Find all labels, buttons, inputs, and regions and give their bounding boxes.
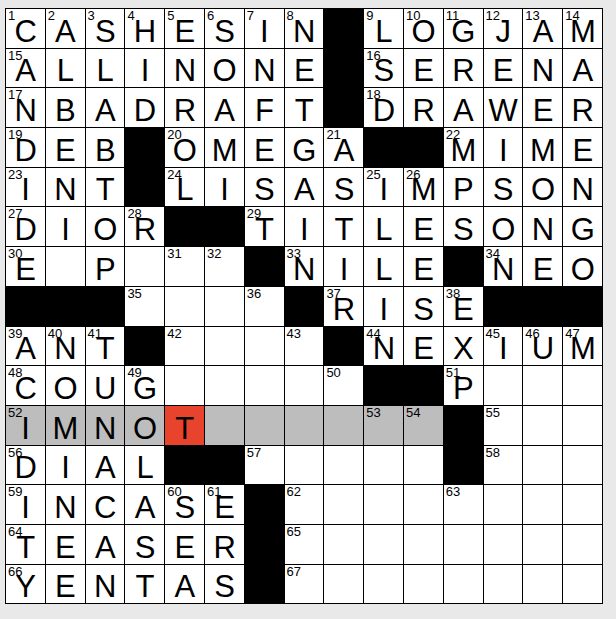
cell-r12c7[interactable]: 57: [245, 446, 284, 485]
cell-r6c4[interactable]: 28R: [125, 207, 164, 246]
cell-r5c11[interactable]: 26M: [404, 168, 443, 207]
cell-r7c10[interactable]: L: [364, 247, 403, 286]
cell-r13c1[interactable]: 59I: [6, 485, 45, 524]
cell-r8c5[interactable]: [165, 287, 204, 326]
cell-letter: I: [46, 214, 85, 245]
cell-r8c6[interactable]: [205, 287, 244, 326]
cell-r10c7[interactable]: [245, 366, 284, 405]
cell-letter: E: [205, 492, 244, 523]
cell-r1c6[interactable]: 6S: [205, 9, 244, 48]
cell-letter: I: [6, 174, 45, 205]
cell-r3c2[interactable]: B: [46, 88, 85, 127]
cell-r10c1[interactable]: 48C: [6, 366, 45, 405]
cell-letter: M: [563, 16, 602, 47]
cell-r15c1[interactable]: 66Y: [6, 565, 45, 604]
cell-r5c6[interactable]: I: [205, 168, 244, 207]
cell-r13c4[interactable]: A: [125, 485, 164, 524]
cell-r1c8[interactable]: 8N: [285, 9, 324, 48]
cell-r4c14[interactable]: M: [523, 128, 562, 167]
cell-r15c5[interactable]: A: [165, 565, 204, 604]
cell-letter: T: [125, 571, 164, 602]
cell-letter: P: [444, 174, 483, 205]
clue-number: 35: [127, 287, 141, 302]
cell-letter: A: [444, 95, 483, 126]
cell-r1c11[interactable]: 10O: [404, 9, 443, 48]
cell-letter: N: [86, 571, 125, 602]
cell-r15c15[interactable]: [563, 565, 602, 604]
cell-r5c10[interactable]: 25I: [364, 168, 403, 207]
cell-r13c12[interactable]: 63: [444, 485, 483, 524]
clue-number: 36: [247, 287, 261, 302]
cell-r10c5[interactable]: [165, 366, 204, 405]
cell-r11c7[interactable]: [245, 406, 284, 445]
cell-letter: M: [563, 333, 602, 364]
cell-letter: P: [444, 373, 483, 404]
cell-r6c14[interactable]: N: [523, 207, 562, 246]
cell-letter: A: [86, 95, 125, 126]
cell-r2c2[interactable]: L: [46, 49, 85, 88]
cell-r14c2[interactable]: E: [46, 525, 85, 564]
cell-r4c5[interactable]: 20O: [165, 128, 204, 167]
cell-r15c14[interactable]: [523, 565, 562, 604]
cell-r9c11[interactable]: E: [404, 327, 443, 366]
black-cell-r8c14: [523, 287, 562, 326]
cell-r6c7[interactable]: 29T: [245, 207, 284, 246]
cell-letter: X: [444, 333, 483, 364]
black-cell-r12c5: [165, 446, 204, 485]
cell-r15c10[interactable]: [364, 565, 403, 604]
cell-r4c7[interactable]: E: [245, 128, 284, 167]
cell-r3c8[interactable]: T: [285, 88, 324, 127]
cell-r1c14[interactable]: 13A: [523, 9, 562, 48]
cell-letter: S: [125, 532, 164, 563]
cell-letter: R: [165, 95, 204, 126]
cell-r5c12[interactable]: P: [444, 168, 483, 207]
cell-r8c4[interactable]: 35: [125, 287, 164, 326]
cell-r6c9[interactable]: T: [324, 207, 363, 246]
cell-letter: E: [523, 254, 562, 285]
cell-r13c8[interactable]: 62: [285, 485, 324, 524]
cell-letter: S: [444, 214, 483, 245]
cell-r7c15[interactable]: O: [563, 247, 602, 286]
cell-r3c1[interactable]: 17N: [6, 88, 45, 127]
cell-r14c4[interactable]: S: [125, 525, 164, 564]
cell-r14c1[interactable]: 64T: [6, 525, 45, 564]
cell-r7c2[interactable]: [46, 247, 85, 286]
cell-r1c5[interactable]: 5E: [165, 9, 204, 48]
black-cell-r12c6: [205, 446, 244, 485]
cell-r5c7[interactable]: S: [245, 168, 284, 207]
cell-r7c11[interactable]: E: [404, 247, 443, 286]
cell-r9c7[interactable]: [245, 327, 284, 366]
cell-r13c10[interactable]: [364, 485, 403, 524]
cell-r6c2[interactable]: I: [46, 207, 85, 246]
cell-r4c8[interactable]: G: [285, 128, 324, 167]
cell-r3c14[interactable]: E: [523, 88, 562, 127]
cell-r11c6[interactable]: [205, 406, 244, 445]
cell-r15c9[interactable]: [324, 565, 363, 604]
cell-r11c8[interactable]: [285, 406, 324, 445]
cell-r2c3[interactable]: L: [86, 49, 125, 88]
cell-r12c9[interactable]: [324, 446, 363, 485]
cell-r5c13[interactable]: S: [484, 168, 523, 207]
black-cell-r12c12: [444, 446, 483, 485]
cell-letter: D: [125, 95, 164, 126]
cell-r4c1[interactable]: 19D: [6, 128, 45, 167]
cell-r13c3[interactable]: C: [86, 485, 125, 524]
cell-r13c6[interactable]: 61E: [205, 485, 244, 524]
black-cell-r4c4: [125, 128, 164, 167]
cell-r7c5[interactable]: 31: [165, 247, 204, 286]
cell-r9c15[interactable]: 47M: [563, 327, 602, 366]
cell-letter: O: [563, 254, 602, 285]
cell-letter: R: [324, 294, 363, 325]
cell-r2c6[interactable]: O: [205, 49, 244, 88]
cell-r14c8[interactable]: 65: [285, 525, 324, 564]
cell-r6c8[interactable]: I: [285, 207, 324, 246]
cell-letter: I: [125, 55, 164, 86]
cell-r2c15[interactable]: A: [563, 49, 602, 88]
cell-r15c2[interactable]: E: [46, 565, 85, 604]
cell-letter: F: [245, 95, 284, 126]
cell-letter: O: [404, 16, 443, 47]
cell-r12c2[interactable]: I: [46, 446, 85, 485]
cell-r10c15[interactable]: [563, 366, 602, 405]
black-cell-r4c11: [404, 128, 443, 167]
cell-r4c12[interactable]: 22M: [444, 128, 483, 167]
cell-r2c5[interactable]: N: [165, 49, 204, 88]
black-cell-r7c7: [245, 247, 284, 286]
cell-r10c12[interactable]: 51P: [444, 366, 483, 405]
cell-r8c7[interactable]: 36: [245, 287, 284, 326]
black-cell-r6c5: [165, 207, 204, 246]
cell-r15c4[interactable]: T: [125, 565, 164, 604]
cell-r5c2[interactable]: N: [46, 168, 85, 207]
cell-r14c12[interactable]: [444, 525, 483, 564]
cell-r4c15[interactable]: E: [563, 128, 602, 167]
cell-r1c3[interactable]: 3S: [86, 9, 125, 48]
cell-r5c14[interactable]: O: [523, 168, 562, 207]
cell-r6c11[interactable]: E: [404, 207, 443, 246]
cell-r12c13[interactable]: 58: [484, 446, 523, 485]
cell-letter: E: [404, 55, 443, 86]
cell-r14c15[interactable]: [563, 525, 602, 564]
cell-r3c7[interactable]: F: [245, 88, 284, 127]
cell-letter: N: [46, 174, 85, 205]
cell-r1c7[interactable]: 7I: [245, 9, 284, 48]
cell-r3c15[interactable]: R: [563, 88, 602, 127]
cell-r15c13[interactable]: [484, 565, 523, 604]
cell-r14c13[interactable]: [484, 525, 523, 564]
cell-r10c6[interactable]: [205, 366, 244, 405]
cell-r7c14[interactable]: E: [523, 247, 562, 286]
cell-r9c8[interactable]: 43: [285, 327, 324, 366]
cell-letter: S: [205, 571, 244, 602]
cell-r6c13[interactable]: O: [484, 207, 523, 246]
cell-letter: Y: [6, 571, 45, 602]
cell-r15c6[interactable]: S: [205, 565, 244, 604]
cell-letter: N: [285, 16, 324, 47]
cell-r2c13[interactable]: E: [484, 49, 523, 88]
black-cell-r3c9: [324, 88, 363, 127]
cell-letter: L: [86, 55, 125, 86]
black-cell-r5c4: [125, 168, 164, 207]
cell-letter: A: [165, 571, 204, 602]
cell-r12c8[interactable]: [285, 446, 324, 485]
cell-r11c14[interactable]: [523, 406, 562, 445]
black-cell-r8c2: [46, 287, 85, 326]
cell-r13c5[interactable]: 60S: [165, 485, 204, 524]
cell-r9c5[interactable]: 42: [165, 327, 204, 366]
cell-r1c2[interactable]: 2A: [46, 9, 85, 48]
cell-r7c1[interactable]: 30E: [6, 247, 45, 286]
cell-letter: N: [523, 214, 562, 245]
cell-r4c2[interactable]: E: [46, 128, 85, 167]
cell-letter: R: [563, 95, 602, 126]
cell-r4c9[interactable]: 21A: [324, 128, 363, 167]
cell-r15c12[interactable]: [444, 565, 483, 604]
black-cell-r8c13: [484, 287, 523, 326]
cell-r3c4[interactable]: D: [125, 88, 164, 127]
cell-r12c14[interactable]: [523, 446, 562, 485]
cell-r8c12[interactable]: 38E: [444, 287, 483, 326]
cell-r10c2[interactable]: O: [46, 366, 85, 405]
black-cell-r8c1: [6, 287, 45, 326]
cell-r10c8[interactable]: [285, 366, 324, 405]
cell-r12c15[interactable]: [563, 446, 602, 485]
cell-r12c4[interactable]: L: [125, 446, 164, 485]
crossword-board: 1C2A3S4H5E6S7I8N9L10O11G12J13A14M15ALLIN…: [5, 8, 603, 604]
cell-r1c1[interactable]: 1C: [6, 9, 45, 48]
cell-r14c6[interactable]: R: [205, 525, 244, 564]
cell-r4c13[interactable]: I: [484, 128, 523, 167]
cell-letter: E: [404, 214, 443, 245]
cell-r7c3[interactable]: P: [86, 247, 125, 286]
cell-letter: S: [205, 16, 244, 47]
cell-r14c5[interactable]: E: [165, 525, 204, 564]
cell-r14c10[interactable]: [364, 525, 403, 564]
cell-r1c15[interactable]: 14M: [563, 9, 602, 48]
cell-r2c4[interactable]: I: [125, 49, 164, 88]
cell-r2c12[interactable]: R: [444, 49, 483, 88]
cell-letter: E: [444, 294, 483, 325]
cell-r2c1[interactable]: 15A: [6, 49, 45, 88]
cell-r5c8[interactable]: A: [285, 168, 324, 207]
clue-number: 55: [486, 406, 500, 421]
cell-r13c2[interactable]: N: [46, 485, 85, 524]
cell-letter: O: [46, 373, 85, 404]
cell-r6c12[interactable]: S: [444, 207, 483, 246]
cell-r12c11[interactable]: [404, 446, 443, 485]
clue-number: 62: [287, 485, 301, 500]
cell-r2c10[interactable]: 16S: [364, 49, 403, 88]
cursor-cell[interactable]: T: [165, 406, 204, 445]
cell-letter: A: [86, 452, 125, 483]
cell-r9c2[interactable]: 40N: [46, 327, 85, 366]
cell-r4c3[interactable]: B: [86, 128, 125, 167]
cell-letter: B: [46, 95, 85, 126]
cell-r3c5[interactable]: R: [165, 88, 204, 127]
cell-letter: G: [444, 16, 483, 47]
cell-letter: O: [523, 174, 562, 205]
clue-number: 42: [167, 327, 181, 342]
cell-letter: U: [523, 333, 562, 364]
cell-r13c14[interactable]: [523, 485, 562, 524]
cell-letter: R: [404, 95, 443, 126]
cell-letter: M: [46, 413, 85, 444]
cell-r11c1[interactable]: 52I: [6, 406, 45, 445]
black-cell-r15c7: [245, 565, 284, 604]
cell-r5c9[interactable]: S: [324, 168, 363, 207]
cell-r2c14[interactable]: N: [523, 49, 562, 88]
cell-letter: P: [86, 254, 125, 285]
cell-letter: N: [364, 333, 403, 364]
cell-letter: I: [6, 413, 45, 444]
cell-r5c15[interactable]: N: [563, 168, 602, 207]
cell-r6c10[interactable]: L: [364, 207, 403, 246]
cell-r15c8[interactable]: 67: [285, 565, 324, 604]
cell-r8c10[interactable]: I: [364, 287, 403, 326]
cell-r2c11[interactable]: E: [404, 49, 443, 88]
cell-letter: S: [484, 174, 523, 205]
cell-r9c10[interactable]: 44N: [364, 327, 403, 366]
cell-r1c12[interactable]: 11G: [444, 9, 483, 48]
cell-letter: W: [484, 95, 523, 126]
cell-letter: E: [563, 135, 602, 166]
clue-number: 58: [486, 446, 500, 461]
cell-letter: A: [6, 333, 45, 364]
cell-r9c1[interactable]: 39A: [6, 327, 45, 366]
cell-r11c15[interactable]: [563, 406, 602, 445]
cell-r2c7[interactable]: N: [245, 49, 284, 88]
crossword-app-screen: 1C2A3S4H5E6S7I8N9L10O11G12J13A14M15ALLIN…: [0, 0, 616, 619]
cell-r14c3[interactable]: A: [86, 525, 125, 564]
cell-r15c11[interactable]: [404, 565, 443, 604]
cell-letter: I: [364, 294, 403, 325]
cell-letter: T: [86, 333, 125, 364]
cell-r5c1[interactable]: 23I: [6, 168, 45, 207]
cell-letter: E: [484, 55, 523, 86]
cell-letter: D: [364, 95, 403, 126]
cell-r13c11[interactable]: [404, 485, 443, 524]
cell-r11c3[interactable]: N: [86, 406, 125, 445]
cell-r7c8[interactable]: 33N: [285, 247, 324, 286]
cell-r8c9[interactable]: 37R: [324, 287, 363, 326]
cell-r10c13[interactable]: [484, 366, 523, 405]
cell-r3c11[interactable]: R: [404, 88, 443, 127]
clue-number: 65: [287, 525, 301, 540]
cell-r7c9[interactable]: I: [324, 247, 363, 286]
cell-letter: O: [484, 214, 523, 245]
cell-letter: I: [205, 174, 244, 205]
cell-r10c4[interactable]: 49G: [125, 366, 164, 405]
cell-r9c13[interactable]: 45I: [484, 327, 523, 366]
cell-r13c13[interactable]: [484, 485, 523, 524]
cell-letter: N: [245, 55, 284, 86]
clue-number: 57: [247, 446, 261, 461]
cell-r9c3[interactable]: 41T: [86, 327, 125, 366]
cell-r1c13[interactable]: 12J: [484, 9, 523, 48]
black-cell-r13c7: [245, 485, 284, 524]
cell-letter: I: [324, 254, 363, 285]
cell-r8c11[interactable]: S: [404, 287, 443, 326]
cell-r12c10[interactable]: [364, 446, 403, 485]
clue-number: 53: [366, 406, 380, 421]
cell-r10c3[interactable]: U: [86, 366, 125, 405]
cell-letter: A: [6, 55, 45, 86]
cell-r3c10[interactable]: 18D: [364, 88, 403, 127]
cell-r3c3[interactable]: A: [86, 88, 125, 127]
black-cell-r8c15: [563, 287, 602, 326]
cell-r14c11[interactable]: [404, 525, 443, 564]
cell-letter: D: [6, 452, 45, 483]
cell-letter: N: [484, 254, 523, 285]
cell-r10c14[interactable]: [523, 366, 562, 405]
cell-r11c4[interactable]: O: [125, 406, 164, 445]
cell-r3c12[interactable]: A: [444, 88, 483, 127]
cell-letter: T: [6, 532, 45, 563]
cell-letter: A: [523, 16, 562, 47]
cell-r7c6[interactable]: 32: [205, 247, 244, 286]
cell-letter: C: [6, 373, 45, 404]
cell-letter: L: [364, 214, 403, 245]
cell-letter: I: [484, 333, 523, 364]
cell-letter: I: [484, 135, 523, 166]
cell-r7c13[interactable]: 34N: [484, 247, 523, 286]
cell-r14c9[interactable]: [324, 525, 363, 564]
cell-r11c9[interactable]: [324, 406, 363, 445]
black-cell-r1c9: [324, 9, 363, 48]
cell-letter: S: [245, 174, 284, 205]
cell-r1c10[interactable]: 9L: [364, 9, 403, 48]
cell-r14c14[interactable]: [523, 525, 562, 564]
cell-letter: L: [364, 254, 403, 285]
cell-letter: A: [324, 135, 363, 166]
cell-letter: L: [125, 452, 164, 483]
cell-r2c8[interactable]: E: [285, 49, 324, 88]
cell-r11c2[interactable]: M: [46, 406, 85, 445]
cell-r13c9[interactable]: [324, 485, 363, 524]
cell-r11c13[interactable]: 55: [484, 406, 523, 445]
cell-r3c6[interactable]: A: [205, 88, 244, 127]
cell-r1c4[interactable]: 4H: [125, 9, 164, 48]
cell-r11c11[interactable]: 54: [404, 406, 443, 445]
black-cell-r4c10: [364, 128, 403, 167]
cell-r12c1[interactable]: 56D: [6, 446, 45, 485]
cell-r6c15[interactable]: G: [563, 207, 602, 246]
cell-r13c15[interactable]: [563, 485, 602, 524]
black-cell-r10c10: [364, 366, 403, 405]
cell-r4c6[interactable]: M: [205, 128, 244, 167]
cell-r6c3[interactable]: O: [86, 207, 125, 246]
cell-r15c3[interactable]: N: [86, 565, 125, 604]
cell-r11c10[interactable]: 53: [364, 406, 403, 445]
cell-r5c5[interactable]: 24L: [165, 168, 204, 207]
cell-r9c12[interactable]: X: [444, 327, 483, 366]
cell-r5c3[interactable]: T: [86, 168, 125, 207]
cell-letter: E: [285, 55, 324, 86]
cell-r12c3[interactable]: A: [86, 446, 125, 485]
cell-letter: N: [285, 254, 324, 285]
cell-r9c6[interactable]: [205, 327, 244, 366]
cell-letter: E: [245, 135, 284, 166]
cell-r9c14[interactable]: 46U: [523, 327, 562, 366]
cell-r10c9[interactable]: 50: [324, 366, 363, 405]
cell-r6c1[interactable]: 27D: [6, 207, 45, 246]
cell-r3c13[interactable]: W: [484, 88, 523, 127]
cell-r7c4[interactable]: [125, 247, 164, 286]
cell-letter: T: [245, 214, 284, 245]
